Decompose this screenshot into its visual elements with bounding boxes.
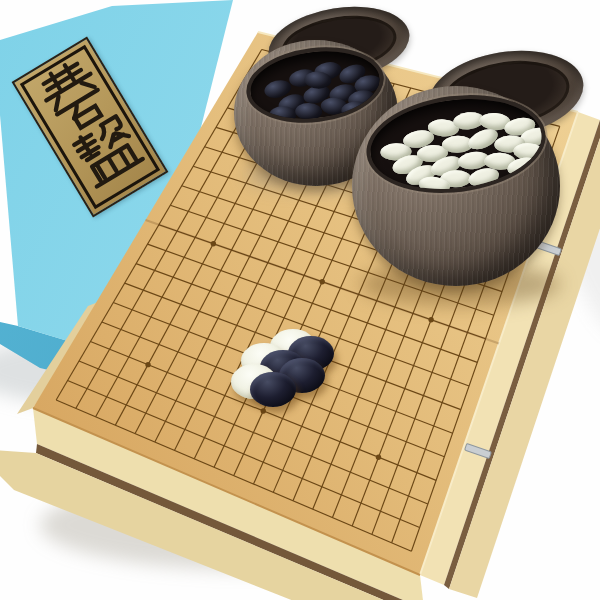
star-point [376,455,381,460]
star-point [261,408,266,413]
black-stone-in-bowl [295,103,323,121]
star-point [211,241,216,246]
star-point [428,317,433,322]
white-stone-bowl[interactable] [352,86,560,286]
go-set-product-photo: { "game": "Go (igo / weiqi / baduk)", "s… [0,0,600,600]
star-point [145,362,150,367]
black-stone[interactable] [250,372,296,407]
star-point [320,279,325,284]
